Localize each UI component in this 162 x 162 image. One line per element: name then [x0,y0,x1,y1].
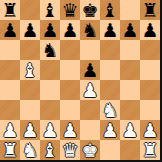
square-b7[interactable]: ♟ [20,20,40,40]
square-b5[interactable]: ♝ [20,60,40,80]
square-f4[interactable] [100,80,120,100]
square-e7[interactable]: ♞ [80,20,100,40]
square-a2[interactable]: ♟ [0,120,20,140]
square-e8[interactable]: ♚ [80,0,100,20]
square-d8[interactable]: ♛ [60,0,80,20]
square-g6[interactable] [120,40,140,60]
square-b4[interactable] [20,80,40,100]
black-pawn-piece[interactable]: ♟ [141,20,158,40]
square-a6[interactable] [0,40,20,60]
white-queen-piece[interactable]: ♛ [61,140,78,160]
square-g8[interactable] [120,0,140,20]
square-e6[interactable] [80,40,100,60]
square-a5[interactable] [0,60,20,80]
square-g5[interactable] [120,60,140,80]
chess-diagram: ♜♝♛♚♝♜♟♟♟♟♞♟♟♟♞♝♟♟♞♟♟♟♟♟♟♟♜♞♝♛♚♜ [0,0,162,162]
square-f8[interactable]: ♝ [100,0,120,20]
chess-board: ♜♝♛♚♝♜♟♟♟♟♞♟♟♟♞♝♟♟♞♟♟♟♟♟♟♟♜♞♝♛♚♜ [0,0,162,162]
square-e5[interactable]: ♟ [80,60,100,80]
square-c8[interactable]: ♝ [40,0,60,20]
square-d2[interactable]: ♟ [60,120,80,140]
square-c5[interactable] [40,60,60,80]
white-rook-piece[interactable]: ♜ [1,140,18,160]
square-h3[interactable] [140,100,160,120]
square-c4[interactable] [40,80,60,100]
black-pawn-piece[interactable]: ♟ [61,20,78,40]
white-pawn-piece[interactable]: ♟ [61,120,78,140]
black-pawn-piece[interactable]: ♟ [21,20,38,40]
white-pawn-piece[interactable]: ♟ [101,120,118,140]
black-knight-piece[interactable]: ♞ [41,40,58,60]
square-h6[interactable] [140,40,160,60]
square-c1[interactable]: ♝ [40,140,60,160]
square-h8[interactable]: ♜ [140,0,160,20]
square-d4[interactable] [60,80,80,100]
white-king-piece[interactable]: ♚ [81,140,98,160]
square-e3[interactable] [80,100,100,120]
square-d1[interactable]: ♛ [60,140,80,160]
white-pawn-piece[interactable]: ♟ [21,120,38,140]
square-e1[interactable]: ♚ [80,140,100,160]
square-b1[interactable]: ♞ [20,140,40,160]
square-e2[interactable] [80,120,100,140]
square-g2[interactable]: ♟ [120,120,140,140]
square-d6[interactable] [60,40,80,60]
square-g1[interactable] [120,140,140,160]
square-g3[interactable] [120,100,140,120]
black-pawn-piece[interactable]: ♟ [41,20,58,40]
black-queen-piece[interactable]: ♛ [61,0,78,20]
square-f2[interactable]: ♟ [100,120,120,140]
black-pawn-piece[interactable]: ♟ [1,20,18,40]
square-b2[interactable]: ♟ [20,120,40,140]
square-d5[interactable] [60,60,80,80]
black-bishop-piece[interactable]: ♝ [101,0,118,20]
white-knight-piece[interactable]: ♞ [21,140,38,160]
black-king-piece[interactable]: ♚ [81,0,98,20]
square-a7[interactable]: ♟ [0,20,20,40]
square-h7[interactable]: ♟ [140,20,160,40]
square-c3[interactable] [40,100,60,120]
white-pawn-piece[interactable]: ♟ [81,80,98,100]
square-b8[interactable] [20,0,40,20]
square-a1[interactable]: ♜ [0,140,20,160]
white-bishop-piece[interactable]: ♝ [21,60,38,80]
white-rook-piece[interactable]: ♜ [141,140,158,160]
square-c2[interactable]: ♟ [40,120,60,140]
square-h4[interactable] [140,80,160,100]
square-a3[interactable] [0,100,20,120]
black-rook-piece[interactable]: ♜ [1,0,18,20]
square-e4[interactable]: ♟ [80,80,100,100]
square-h2[interactable]: ♟ [140,120,160,140]
white-pawn-piece[interactable]: ♟ [141,120,158,140]
square-c7[interactable]: ♟ [40,20,60,40]
square-f7[interactable]: ♟ [100,20,120,40]
square-b6[interactable] [20,40,40,60]
black-pawn-piece[interactable]: ♟ [101,20,118,40]
white-bishop-piece[interactable]: ♝ [41,140,58,160]
square-g4[interactable] [120,80,140,100]
white-pawn-piece[interactable]: ♟ [121,120,138,140]
black-bishop-piece[interactable]: ♝ [41,0,58,20]
black-rook-piece[interactable]: ♜ [141,0,158,20]
square-h1[interactable]: ♜ [140,140,160,160]
square-d3[interactable] [60,100,80,120]
square-c6[interactable]: ♞ [40,40,60,60]
black-knight-piece[interactable]: ♞ [81,20,98,40]
square-a4[interactable] [0,80,20,100]
square-f5[interactable] [100,60,120,80]
square-g7[interactable]: ♟ [120,20,140,40]
white-knight-piece[interactable]: ♞ [101,100,118,120]
square-h5[interactable] [140,60,160,80]
square-f6[interactable] [100,40,120,60]
white-pawn-piece[interactable]: ♟ [41,120,58,140]
white-pawn-piece[interactable]: ♟ [1,120,18,140]
square-f1[interactable] [100,140,120,160]
square-b3[interactable] [20,100,40,120]
square-f3[interactable]: ♞ [100,100,120,120]
square-d7[interactable]: ♟ [60,20,80,40]
black-pawn-piece[interactable]: ♟ [121,20,138,40]
square-a8[interactable]: ♜ [0,0,20,20]
black-pawn-piece[interactable]: ♟ [81,60,98,80]
